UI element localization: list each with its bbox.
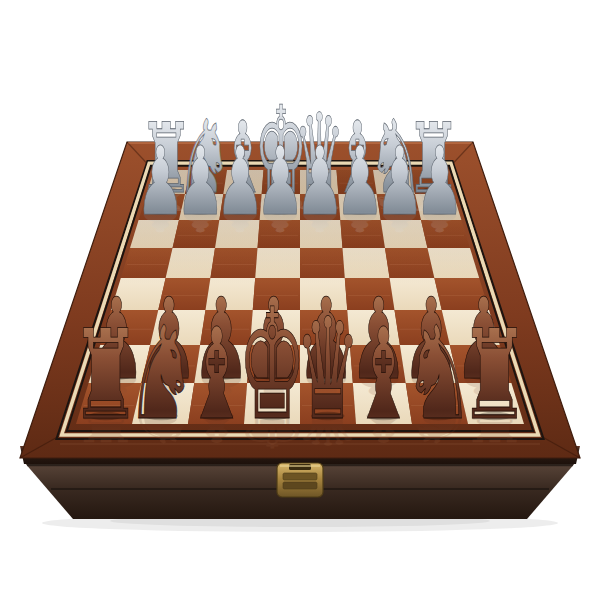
chess-set-photo: ♜♜♞♞♝♝♚♚♛♛♝♝♞♞♜♜♟♟♟♟♟♟♟♟♟♟♟♟♟♟♟♟♟♟♟♟♟♟♟♟… (0, 0, 600, 600)
piece-bR-a8[interactable]: ♜ (459, 304, 530, 447)
piece-bQ-d8[interactable]: ♛ (295, 288, 360, 451)
chess-board-svg: ♜♜♞♞♝♝♚♚♛♛♝♝♞♞♜♜♟♟♟♟♟♟♟♟♟♟♟♟♟♟♟♟♟♟♟♟♟♟♟♟… (0, 0, 600, 600)
brass-latch (277, 463, 323, 497)
piece-wP-a2[interactable]: ♟ (415, 126, 464, 236)
